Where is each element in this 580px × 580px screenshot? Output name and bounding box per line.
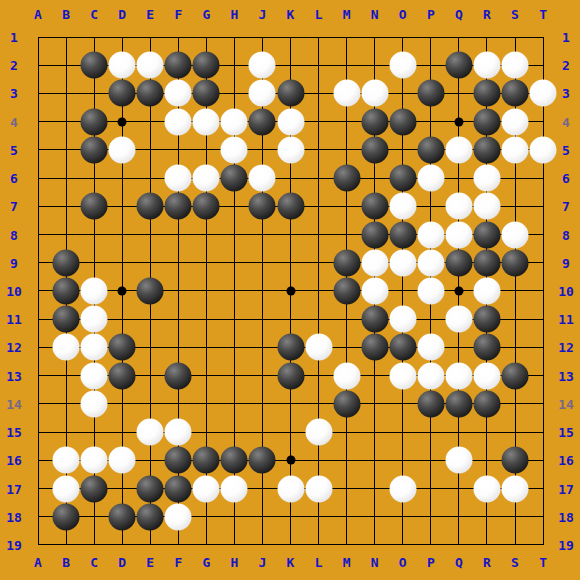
black-stone-B11	[53, 306, 80, 333]
col-label-top-Q: Q	[455, 8, 463, 21]
row-label-left-3: 3	[10, 87, 18, 100]
row-label-left-8: 8	[10, 228, 18, 241]
row-label-right-7: 7	[562, 200, 570, 213]
black-stone-N4	[361, 108, 388, 135]
black-stone-Q2	[445, 52, 472, 79]
white-stone-T5	[530, 136, 557, 163]
black-stone-C5	[81, 136, 108, 163]
white-stone-J6	[249, 165, 276, 192]
col-label-top-B: B	[62, 8, 70, 21]
white-stone-F4	[165, 108, 192, 135]
col-label-top-K: K	[287, 8, 295, 21]
col-label-top-N: N	[371, 8, 379, 21]
white-stone-Q16	[445, 447, 472, 474]
black-stone-B9	[53, 249, 80, 276]
row-label-right-8: 8	[562, 228, 570, 241]
grid-line-horizontal	[38, 544, 543, 545]
black-stone-G2	[193, 52, 220, 79]
row-label-right-12: 12	[558, 341, 574, 354]
white-stone-C12	[81, 334, 108, 361]
white-stone-K17	[277, 475, 304, 502]
row-label-right-5: 5	[562, 143, 570, 156]
col-label-bottom-N: N	[371, 556, 379, 569]
row-label-right-9: 9	[562, 256, 570, 269]
white-stone-O9	[389, 249, 416, 276]
white-stone-F6	[165, 165, 192, 192]
white-stone-H4	[221, 108, 248, 135]
col-label-top-M: M	[343, 8, 351, 21]
row-label-left-17: 17	[6, 482, 22, 495]
black-stone-R11	[473, 306, 500, 333]
col-label-top-P: P	[427, 8, 435, 21]
white-stone-R7	[473, 193, 500, 220]
black-stone-S3	[502, 80, 529, 107]
row-label-right-10: 10	[558, 284, 574, 297]
col-label-top-S: S	[511, 8, 519, 21]
black-stone-O8	[389, 221, 416, 248]
white-stone-L15	[305, 419, 332, 446]
row-label-left-10: 10	[6, 284, 22, 297]
col-label-bottom-S: S	[511, 556, 519, 569]
white-stone-Q7	[445, 193, 472, 220]
row-label-left-4: 4	[10, 115, 18, 128]
white-stone-B16	[53, 447, 80, 474]
white-stone-Q5	[445, 136, 472, 163]
row-label-left-12: 12	[6, 341, 22, 354]
white-stone-B12	[53, 334, 80, 361]
row-label-left-19: 19	[6, 538, 22, 551]
white-stone-M3	[333, 80, 360, 107]
black-stone-G7	[193, 193, 220, 220]
row-label-right-1: 1	[562, 31, 570, 44]
white-stone-S4	[502, 108, 529, 135]
black-stone-H6	[221, 165, 248, 192]
white-stone-F3	[165, 80, 192, 107]
black-stone-O4	[389, 108, 416, 135]
grid-line-vertical	[318, 37, 319, 545]
col-label-top-F: F	[174, 8, 182, 21]
white-stone-D2	[109, 52, 136, 79]
black-stone-F13	[165, 362, 192, 389]
row-label-right-6: 6	[562, 172, 570, 185]
row-label-left-5: 5	[10, 143, 18, 156]
white-stone-N10	[361, 277, 388, 304]
col-label-bottom-R: R	[483, 556, 491, 569]
col-label-bottom-A: A	[34, 556, 42, 569]
white-stone-C11	[81, 306, 108, 333]
row-label-right-15: 15	[558, 426, 574, 439]
row-label-left-11: 11	[6, 313, 22, 326]
hoshi-point-Q10	[454, 286, 463, 295]
row-label-left-9: 9	[10, 256, 18, 269]
col-label-top-L: L	[315, 8, 323, 21]
go-board[interactable]: AABBCCDDEEFFGGHHJJKKLLMMNNOOPPQQRRSSTT11…	[0, 0, 580, 580]
black-stone-R5	[473, 136, 500, 163]
white-stone-R6	[473, 165, 500, 192]
black-stone-C4	[81, 108, 108, 135]
white-stone-P10	[417, 277, 444, 304]
col-label-bottom-D: D	[118, 556, 126, 569]
col-label-bottom-E: E	[146, 556, 154, 569]
white-stone-Q13	[445, 362, 472, 389]
black-stone-E7	[137, 193, 164, 220]
row-label-left-7: 7	[10, 200, 18, 213]
row-label-right-13: 13	[558, 369, 574, 382]
white-stone-G17	[193, 475, 220, 502]
col-label-bottom-P: P	[427, 556, 435, 569]
col-label-top-J: J	[259, 8, 267, 21]
white-stone-R2	[473, 52, 500, 79]
white-stone-O7	[389, 193, 416, 220]
black-stone-S16	[502, 447, 529, 474]
black-stone-E10	[137, 277, 164, 304]
white-stone-C16	[81, 447, 108, 474]
black-stone-J4	[249, 108, 276, 135]
row-label-left-18: 18	[6, 510, 22, 523]
black-stone-K3	[277, 80, 304, 107]
col-label-top-T: T	[539, 8, 547, 21]
white-stone-L12	[305, 334, 332, 361]
row-label-left-15: 15	[6, 426, 22, 439]
black-stone-N12	[361, 334, 388, 361]
black-stone-B18	[53, 503, 80, 530]
hoshi-point-Q4	[454, 117, 463, 126]
black-stone-J7	[249, 193, 276, 220]
black-stone-B10	[53, 277, 80, 304]
black-stone-P14	[417, 390, 444, 417]
hoshi-point-K10	[286, 286, 295, 295]
white-stone-R13	[473, 362, 500, 389]
black-stone-D3	[109, 80, 136, 107]
white-stone-F18	[165, 503, 192, 530]
black-stone-C17	[81, 475, 108, 502]
black-stone-O6	[389, 165, 416, 192]
row-label-left-16: 16	[6, 454, 22, 467]
black-stone-P5	[417, 136, 444, 163]
white-stone-S5	[502, 136, 529, 163]
white-stone-H17	[221, 475, 248, 502]
white-stone-O13	[389, 362, 416, 389]
white-stone-S2	[502, 52, 529, 79]
black-stone-F7	[165, 193, 192, 220]
white-stone-B17	[53, 475, 80, 502]
row-label-right-19: 19	[558, 538, 574, 551]
black-stone-C2	[81, 52, 108, 79]
black-stone-H16	[221, 447, 248, 474]
black-stone-K7	[277, 193, 304, 220]
black-stone-Q14	[445, 390, 472, 417]
white-stone-P8	[417, 221, 444, 248]
white-stone-C10	[81, 277, 108, 304]
row-label-right-18: 18	[558, 510, 574, 523]
black-stone-M6	[333, 165, 360, 192]
row-label-left-6: 6	[10, 172, 18, 185]
black-stone-F16	[165, 447, 192, 474]
black-stone-E18	[137, 503, 164, 530]
black-stone-R8	[473, 221, 500, 248]
white-stone-P9	[417, 249, 444, 276]
col-label-top-E: E	[146, 8, 154, 21]
col-label-bottom-L: L	[315, 556, 323, 569]
white-stone-G4	[193, 108, 220, 135]
black-stone-R3	[473, 80, 500, 107]
black-stone-D13	[109, 362, 136, 389]
row-label-left-2: 2	[10, 59, 18, 72]
row-label-left-14: 14	[6, 397, 22, 410]
black-stone-E3	[137, 80, 164, 107]
row-label-right-14: 14	[558, 397, 574, 410]
white-stone-D16	[109, 447, 136, 474]
white-stone-R17	[473, 475, 500, 502]
black-stone-N5	[361, 136, 388, 163]
white-stone-N9	[361, 249, 388, 276]
black-stone-S13	[502, 362, 529, 389]
black-stone-E17	[137, 475, 164, 502]
black-stone-K12	[277, 334, 304, 361]
white-stone-O11	[389, 306, 416, 333]
white-stone-O2	[389, 52, 416, 79]
col-label-bottom-T: T	[539, 556, 547, 569]
white-stone-E2	[137, 52, 164, 79]
col-label-bottom-J: J	[259, 556, 267, 569]
col-label-bottom-M: M	[343, 556, 351, 569]
white-stone-P6	[417, 165, 444, 192]
col-label-top-O: O	[399, 8, 407, 21]
col-label-top-R: R	[483, 8, 491, 21]
black-stone-C7	[81, 193, 108, 220]
black-stone-J16	[249, 447, 276, 474]
white-stone-Q8	[445, 221, 472, 248]
white-stone-H5	[221, 136, 248, 163]
white-stone-S8	[502, 221, 529, 248]
col-label-top-G: G	[202, 8, 210, 21]
black-stone-N7	[361, 193, 388, 220]
white-stone-L17	[305, 475, 332, 502]
col-label-bottom-K: K	[287, 556, 295, 569]
black-stone-P3	[417, 80, 444, 107]
col-label-bottom-G: G	[202, 556, 210, 569]
white-stone-M13	[333, 362, 360, 389]
row-label-right-2: 2	[562, 59, 570, 72]
white-stone-R10	[473, 277, 500, 304]
col-label-bottom-H: H	[230, 556, 238, 569]
black-stone-D12	[109, 334, 136, 361]
grid-line-horizontal	[38, 432, 543, 433]
black-stone-R9	[473, 249, 500, 276]
black-stone-N8	[361, 221, 388, 248]
col-label-top-A: A	[34, 8, 42, 21]
black-stone-F2	[165, 52, 192, 79]
col-label-bottom-Q: Q	[455, 556, 463, 569]
row-label-right-16: 16	[558, 454, 574, 467]
white-stone-P12	[417, 334, 444, 361]
white-stone-C14	[81, 390, 108, 417]
row-label-left-13: 13	[6, 369, 22, 382]
black-stone-F17	[165, 475, 192, 502]
row-label-right-3: 3	[562, 87, 570, 100]
black-stone-M9	[333, 249, 360, 276]
white-stone-T3	[530, 80, 557, 107]
white-stone-C13	[81, 362, 108, 389]
white-stone-K5	[277, 136, 304, 163]
white-stone-J3	[249, 80, 276, 107]
white-stone-P13	[417, 362, 444, 389]
col-label-bottom-F: F	[174, 556, 182, 569]
col-label-top-C: C	[90, 8, 98, 21]
row-label-left-1: 1	[10, 31, 18, 44]
col-label-top-D: D	[118, 8, 126, 21]
white-stone-F15	[165, 419, 192, 446]
col-label-bottom-B: B	[62, 556, 70, 569]
hoshi-point-D10	[118, 286, 127, 295]
row-label-right-4: 4	[562, 115, 570, 128]
white-stone-O17	[389, 475, 416, 502]
white-stone-E15	[137, 419, 164, 446]
black-stone-S9	[502, 249, 529, 276]
grid-line-vertical	[543, 37, 544, 545]
black-stone-M14	[333, 390, 360, 417]
white-stone-J2	[249, 52, 276, 79]
col-label-top-H: H	[230, 8, 238, 21]
white-stone-D5	[109, 136, 136, 163]
black-stone-K13	[277, 362, 304, 389]
white-stone-N3	[361, 80, 388, 107]
black-stone-G16	[193, 447, 220, 474]
black-stone-G3	[193, 80, 220, 107]
white-stone-Q11	[445, 306, 472, 333]
black-stone-D18	[109, 503, 136, 530]
white-stone-G6	[193, 165, 220, 192]
black-stone-N11	[361, 306, 388, 333]
hoshi-point-D4	[118, 117, 127, 126]
row-label-right-11: 11	[558, 313, 574, 326]
white-stone-S17	[502, 475, 529, 502]
col-label-bottom-O: O	[399, 556, 407, 569]
black-stone-R12	[473, 334, 500, 361]
black-stone-Q9	[445, 249, 472, 276]
col-label-bottom-C: C	[90, 556, 98, 569]
hoshi-point-K16	[286, 456, 295, 465]
black-stone-R14	[473, 390, 500, 417]
black-stone-R4	[473, 108, 500, 135]
black-stone-O12	[389, 334, 416, 361]
white-stone-K4	[277, 108, 304, 135]
black-stone-M10	[333, 277, 360, 304]
row-label-right-17: 17	[558, 482, 574, 495]
